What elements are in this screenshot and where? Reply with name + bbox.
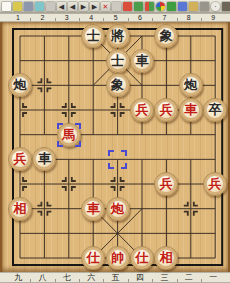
tick-mark (128, 18, 129, 21)
file-label: 九 (14, 273, 22, 283)
file-labels-top: 123456789 (0, 13, 230, 22)
piece-black-soldier[interactable]: 卒 (203, 98, 227, 122)
tick-mark (177, 279, 178, 282)
piece-red-chariot[interactable]: 車 (81, 197, 105, 221)
file-label: 一 (209, 273, 217, 283)
tick-mark (30, 18, 31, 21)
tick-mark (152, 279, 153, 282)
file-label: 1 (16, 14, 20, 22)
delete-icon[interactable]: ✕ (101, 2, 110, 11)
piece-red-soldier[interactable]: 兵 (203, 172, 227, 196)
piece-set-icon[interactable] (123, 2, 132, 11)
piece-red-cannon[interactable]: 炮 (106, 197, 130, 221)
file-label: 2 (40, 14, 44, 22)
toolbar: ◀◀▶▶✕· (0, 0, 230, 13)
file-label: 5 (114, 14, 118, 22)
export-icon[interactable] (178, 2, 187, 11)
file-label: 6 (138, 14, 142, 22)
annotate-icon[interactable] (189, 2, 198, 11)
tick-mark (103, 279, 104, 282)
properties-icon[interactable] (46, 2, 55, 11)
piece-black-advisor[interactable]: 士 (106, 49, 130, 73)
xiangqi-board[interactable]: 士將象士車炮象炮兵兵車卒馬兵車兵兵相車炮仕帥仕相 (0, 22, 230, 272)
file-label: 七 (63, 273, 71, 283)
print-icon[interactable] (35, 2, 44, 11)
piece-red-chariot[interactable]: 車 (179, 98, 203, 122)
engine-icon[interactable] (222, 2, 230, 11)
move-list-icon[interactable] (134, 2, 143, 11)
piece-black-chariot[interactable]: 車 (32, 147, 56, 171)
tick-mark (152, 18, 153, 21)
piece-black-general[interactable]: 將 (106, 24, 130, 48)
paste-icon[interactable] (112, 2, 121, 11)
tick-mark (79, 279, 80, 282)
piece-red-elephant[interactable]: 相 (8, 197, 32, 221)
pieces-layer: 士將象士車炮象炮兵兵車卒馬兵車兵兵相車炮仕帥仕相 (8, 24, 228, 271)
tick-mark (30, 279, 31, 282)
file-label: 4 (89, 14, 93, 22)
file-label: 3 (65, 14, 69, 22)
next-move-icon[interactable]: ▶ (79, 2, 88, 11)
timer-icon[interactable]: · (211, 2, 220, 11)
demo-ball-icon[interactable] (156, 2, 165, 11)
last-move-icon[interactable]: ▶ (90, 2, 99, 11)
piece-red-general[interactable]: 帥 (106, 246, 130, 270)
file-labels-bottom: 九八七六五四三二一 (0, 272, 230, 283)
piece-black-cannon[interactable]: 炮 (8, 73, 32, 97)
piece-red-advisor[interactable]: 仕 (130, 246, 154, 270)
new-icon[interactable] (2, 2, 11, 11)
tick-mark (55, 279, 56, 282)
piece-black-cannon[interactable]: 炮 (179, 73, 203, 97)
file-label: 六 (87, 273, 95, 283)
tick-mark (201, 279, 202, 282)
swap-sides-icon[interactable] (145, 2, 154, 11)
tick-mark (201, 18, 202, 21)
piece-red-soldier[interactable]: 兵 (154, 172, 178, 196)
file-label: 7 (162, 14, 166, 22)
piece-red-elephant[interactable]: 相 (154, 246, 178, 270)
file-label: 四 (136, 273, 144, 283)
open-icon[interactable] (13, 2, 22, 11)
save-icon[interactable] (24, 2, 33, 11)
file-label: 8 (187, 14, 191, 22)
file-label: 9 (211, 14, 215, 22)
piece-black-elephant[interactable]: 象 (154, 24, 178, 48)
piece-red-soldier[interactable]: 兵 (154, 98, 178, 122)
move-from-marker (108, 150, 127, 169)
piece-black-advisor[interactable]: 士 (81, 24, 105, 48)
prev-move-icon[interactable]: ◀ (68, 2, 77, 11)
first-move-icon[interactable]: ◀ (57, 2, 66, 11)
piece-black-chariot[interactable]: 車 (130, 49, 154, 73)
board-icon[interactable] (167, 2, 176, 11)
selected-square-marker (57, 123, 81, 147)
piece-red-soldier[interactable]: 兵 (130, 98, 154, 122)
file-label: 三 (160, 273, 168, 283)
tick-mark (55, 18, 56, 21)
tick-mark (79, 18, 80, 21)
piece-black-elephant[interactable]: 象 (106, 73, 130, 97)
piece-red-advisor[interactable]: 仕 (81, 246, 105, 270)
tick-mark (177, 18, 178, 21)
tick-mark (103, 18, 104, 21)
file-label: 八 (38, 273, 46, 283)
xiangqi-app-window: ◀◀▶▶✕· 123456789 士將象士車炮象炮兵兵車卒馬兵車兵兵相車炮仕帥仕… (0, 0, 230, 283)
tick-mark (128, 279, 129, 282)
piece-red-soldier[interactable]: 兵 (8, 147, 32, 171)
library-icon[interactable] (200, 2, 209, 11)
file-label: 五 (112, 273, 120, 283)
file-label: 二 (185, 273, 193, 283)
